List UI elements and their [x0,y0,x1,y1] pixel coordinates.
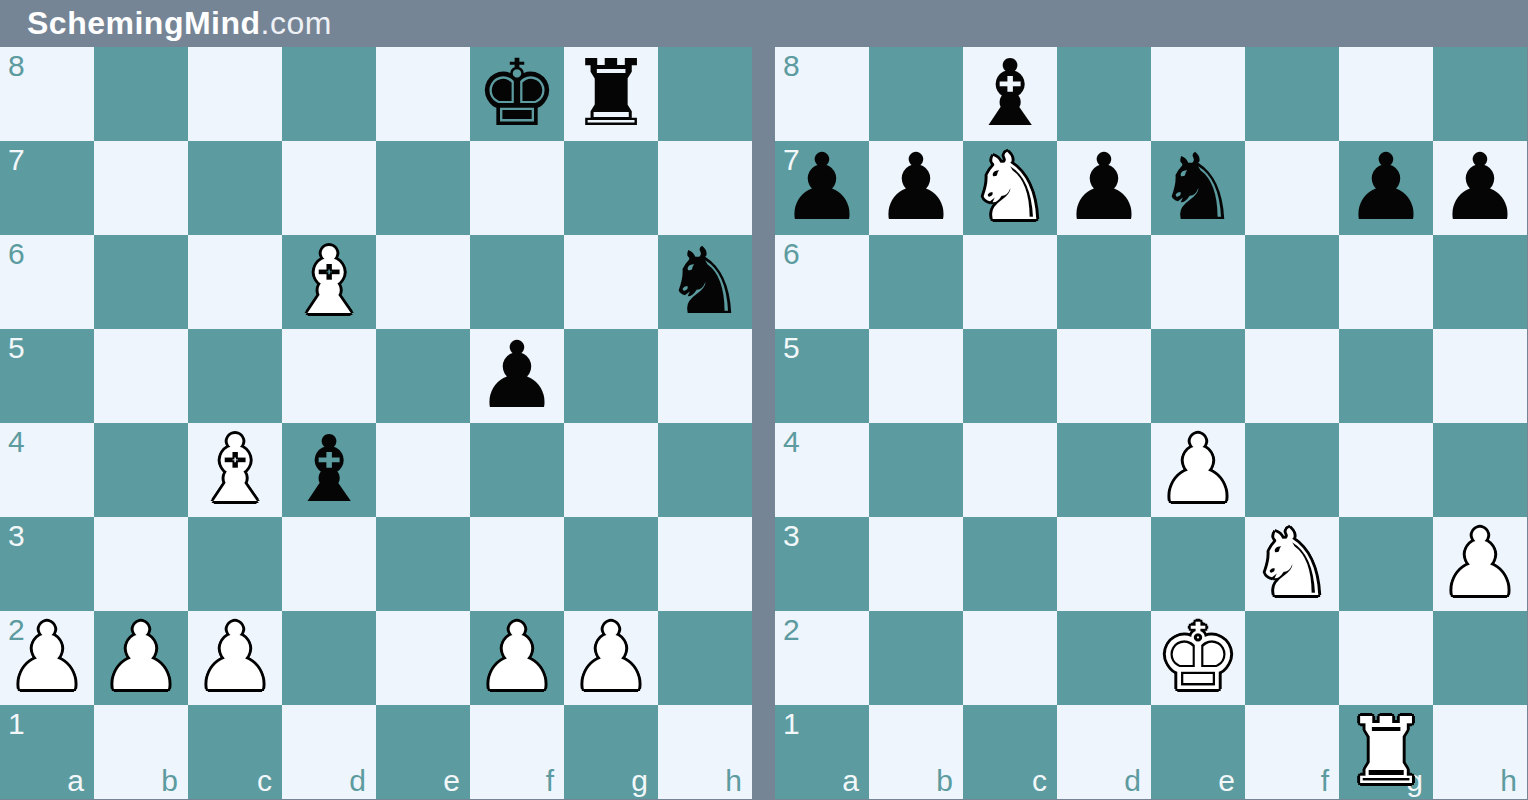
square-g7[interactable] [564,141,658,235]
square-e8[interactable] [1151,47,1245,141]
black-pawn[interactable]: ♟ [1439,141,1521,235]
rank-label-6: 6 [783,239,800,269]
white-pawn[interactable]: ♟ [194,611,276,705]
square-e3[interactable] [376,517,470,611]
file-label-h: h [1500,766,1517,796]
square-d4[interactable] [1057,423,1151,517]
square-h3[interactable]: ♟ [1433,517,1527,611]
square-e6[interactable] [376,235,470,329]
square-f7[interactable] [470,141,564,235]
square-d5[interactable] [1057,329,1151,423]
square-c7[interactable] [188,141,282,235]
square-g8[interactable] [1339,47,1433,141]
square-d4[interactable]: ♝ [282,423,376,517]
square-h6[interactable] [1433,235,1527,329]
square-b6[interactable] [94,235,188,329]
file-label-h: h [725,766,742,796]
square-b4[interactable] [869,423,963,517]
square-e4[interactable]: ♟ [1151,423,1245,517]
board-right: 8♝7♟♟♞♟♞♟♟654♟3♞♟2♚1abcdefg♜h [775,47,1527,799]
black-bishop[interactable]: ♝ [969,47,1051,141]
square-c5[interactable] [188,329,282,423]
rank-label-4: 4 [8,427,25,457]
square-e1[interactable]: e [1151,705,1245,799]
square-c6[interactable] [963,235,1057,329]
white-pawn[interactable]: ♟ [1157,423,1239,517]
square-f2[interactable]: ♟ [470,611,564,705]
square-h2[interactable] [658,611,752,705]
square-a3[interactable]: 3 [775,517,869,611]
square-d1[interactable]: d [282,705,376,799]
square-f4[interactable] [1245,423,1339,517]
square-a4[interactable]: 4 [775,423,869,517]
black-pawn[interactable]: ♟ [1345,141,1427,235]
square-g5[interactable] [1339,329,1433,423]
file-label-e: e [443,766,460,796]
rank-label-7: 7 [8,145,25,175]
file-label-d: d [349,766,366,796]
black-pawn[interactable]: ♟ [1063,141,1145,235]
square-a3[interactable]: 3 [0,517,94,611]
square-d5[interactable] [282,329,376,423]
square-h3[interactable] [658,517,752,611]
site-logo[interactable]: SchemingMind.com [27,5,332,42]
square-h6[interactable]: ♞ [658,235,752,329]
square-h5[interactable] [1433,329,1527,423]
square-d6[interactable]: ♝ [282,235,376,329]
square-e5[interactable] [1151,329,1245,423]
square-d7[interactable]: ♟ [1057,141,1151,235]
black-bishop[interactable]: ♝ [288,423,370,517]
file-label-g: g [631,766,648,796]
square-d7[interactable] [282,141,376,235]
square-b7[interactable]: ♟ [869,141,963,235]
square-a4[interactable]: 4 [0,423,94,517]
square-f7[interactable] [1245,141,1339,235]
rank-label-4: 4 [783,427,800,457]
rank-label-3: 3 [783,521,800,551]
rank-label-6: 6 [8,239,25,269]
white-rook[interactable]: ♜ [1345,705,1427,799]
square-a8[interactable]: 8 [0,47,94,141]
square-c5[interactable] [963,329,1057,423]
square-d3[interactable] [282,517,376,611]
square-e2[interactable]: ♚ [1151,611,1245,705]
black-pawn[interactable]: ♟ [875,141,957,235]
square-d8[interactable] [1057,47,1151,141]
square-d3[interactable] [1057,517,1151,611]
rank-label-5: 5 [8,333,25,363]
white-pawn[interactable]: ♟ [1439,517,1521,611]
square-e7[interactable]: ♞ [1151,141,1245,235]
white-pawn[interactable]: ♟ [6,611,88,705]
white-pawn[interactable]: ♟ [476,611,558,705]
square-f6[interactable] [1245,235,1339,329]
rank-label-1: 1 [8,709,25,739]
board-left: 8♚♜76♝♞5♟4♝♝32♟♟♟♟♟1abcdefgh [0,47,752,799]
square-d2[interactable] [282,611,376,705]
square-f1[interactable]: f [1245,705,1339,799]
square-e1[interactable]: e [376,705,470,799]
white-bishop[interactable]: ♝ [288,235,370,329]
black-knight[interactable]: ♞ [664,235,746,329]
site-logo-suffix: .com [261,5,332,41]
square-b3[interactable] [94,517,188,611]
black-pawn[interactable]: ♟ [476,329,558,423]
square-f5[interactable]: ♟ [470,329,564,423]
square-a2[interactable]: 2♟ [0,611,94,705]
square-h4[interactable] [658,423,752,517]
square-c4[interactable]: ♝ [188,423,282,517]
square-b1[interactable]: b [869,705,963,799]
square-a6[interactable]: 6 [775,235,869,329]
rank-label-2: 2 [783,615,800,645]
square-c1[interactable]: c [963,705,1057,799]
file-label-a: a [67,766,84,796]
square-b8[interactable] [94,47,188,141]
square-b1[interactable]: b [94,705,188,799]
square-c2[interactable] [963,611,1057,705]
chessboards-container: 8♚♜76♝♞5♟4♝♝32♟♟♟♟♟1abcdefgh 8♝7♟♟♞♟♞♟♟6… [0,47,1528,799]
square-f4[interactable] [470,423,564,517]
square-e7[interactable] [376,141,470,235]
square-a2[interactable]: 2 [775,611,869,705]
square-c2[interactable]: ♟ [188,611,282,705]
square-h1[interactable]: h [658,705,752,799]
square-h2[interactable] [1433,611,1527,705]
square-b2[interactable] [869,611,963,705]
rank-label-5: 5 [783,333,800,363]
file-label-b: b [161,766,178,796]
square-h7[interactable] [658,141,752,235]
square-h1[interactable]: h [1433,705,1527,799]
square-g3[interactable] [1339,517,1433,611]
file-label-f: f [1321,766,1329,796]
square-h4[interactable] [1433,423,1527,517]
square-c8[interactable]: ♝ [963,47,1057,141]
square-g6[interactable] [564,235,658,329]
square-g7[interactable]: ♟ [1339,141,1433,235]
square-g6[interactable] [1339,235,1433,329]
square-b7[interactable] [94,141,188,235]
file-label-c: c [1032,766,1047,796]
white-knight[interactable]: ♞ [1251,517,1333,611]
file-label-a: a [842,766,859,796]
square-g4[interactable] [564,423,658,517]
square-d6[interactable] [1057,235,1151,329]
square-f1[interactable]: f [470,705,564,799]
site-logo-name: SchemingMind [27,5,261,41]
square-b5[interactable] [869,329,963,423]
square-e6[interactable] [1151,235,1245,329]
file-label-b: b [936,766,953,796]
file-label-c: c [257,766,272,796]
white-king[interactable]: ♚ [1157,611,1239,705]
square-c3[interactable] [963,517,1057,611]
square-f6[interactable] [470,235,564,329]
square-c7[interactable]: ♞ [963,141,1057,235]
file-label-d: d [1124,766,1141,796]
square-h8[interactable] [1433,47,1527,141]
square-g5[interactable] [564,329,658,423]
square-a5[interactable]: 5 [0,329,94,423]
square-g1[interactable]: g [564,705,658,799]
rank-label-1: 1 [783,709,800,739]
square-a1[interactable]: 1a [775,705,869,799]
black-king[interactable]: ♚ [476,47,558,141]
square-f3[interactable]: ♞ [1245,517,1339,611]
white-pawn[interactable]: ♟ [570,611,652,705]
square-c4[interactable] [963,423,1057,517]
square-b6[interactable] [869,235,963,329]
square-b4[interactable] [94,423,188,517]
site-header: SchemingMind.com [0,0,1528,47]
square-e2[interactable] [376,611,470,705]
square-f8[interactable]: ♚ [470,47,564,141]
square-d8[interactable] [282,47,376,141]
white-pawn[interactable]: ♟ [100,611,182,705]
square-g3[interactable] [564,517,658,611]
square-e3[interactable] [1151,517,1245,611]
file-label-e: e [1218,766,1235,796]
square-e4[interactable] [376,423,470,517]
black-knight[interactable]: ♞ [1157,141,1239,235]
square-b5[interactable] [94,329,188,423]
square-b2[interactable]: ♟ [94,611,188,705]
square-a5[interactable]: 5 [775,329,869,423]
square-d1[interactable]: d [1057,705,1151,799]
rank-label-8: 8 [783,51,800,81]
square-g4[interactable] [1339,423,1433,517]
rank-label-3: 3 [8,521,25,551]
square-b8[interactable] [869,47,963,141]
square-f8[interactable] [1245,47,1339,141]
square-c6[interactable] [188,235,282,329]
square-a1[interactable]: 1a [0,705,94,799]
black-rook[interactable]: ♜ [570,47,652,141]
square-a8[interactable]: 8 [775,47,869,141]
white-bishop[interactable]: ♝ [194,423,276,517]
square-a7[interactable]: 7 [0,141,94,235]
square-a7[interactable]: 7♟ [775,141,869,235]
file-label-f: f [546,766,554,796]
rank-label-8: 8 [8,51,25,81]
square-d2[interactable] [1057,611,1151,705]
square-h5[interactable] [658,329,752,423]
square-e8[interactable] [376,47,470,141]
square-e5[interactable] [376,329,470,423]
square-c3[interactable] [188,517,282,611]
square-h8[interactable] [658,47,752,141]
square-f5[interactable] [1245,329,1339,423]
square-g2[interactable]: ♟ [564,611,658,705]
square-b3[interactable] [869,517,963,611]
square-c8[interactable] [188,47,282,141]
square-a6[interactable]: 6 [0,235,94,329]
square-f3[interactable] [470,517,564,611]
square-h7[interactable]: ♟ [1433,141,1527,235]
square-g2[interactable] [1339,611,1433,705]
square-g8[interactable]: ♜ [564,47,658,141]
square-g1[interactable]: g♜ [1339,705,1433,799]
black-pawn[interactable]: ♟ [781,141,863,235]
white-knight[interactable]: ♞ [969,141,1051,235]
square-f2[interactable] [1245,611,1339,705]
square-c1[interactable]: c [188,705,282,799]
